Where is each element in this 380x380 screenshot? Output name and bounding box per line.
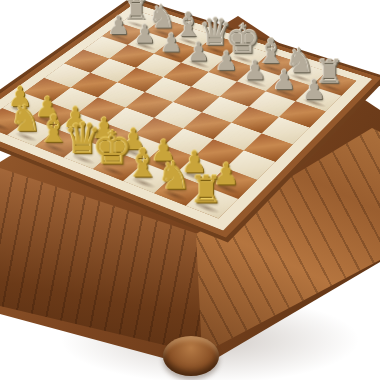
- square-h6: [279, 101, 326, 127]
- white-rook: ♜: [184, 171, 229, 208]
- black-pawn: ♟: [294, 76, 334, 103]
- chess-set-product-photo: ♜♞♝♛♚♝♞♜♟♟♟♟♟♟♟♟♟♟♟♟♟♟♟♟♜♞♝♛♚♝♞♜: [0, 0, 380, 380]
- case-bun-foot: [163, 336, 219, 376]
